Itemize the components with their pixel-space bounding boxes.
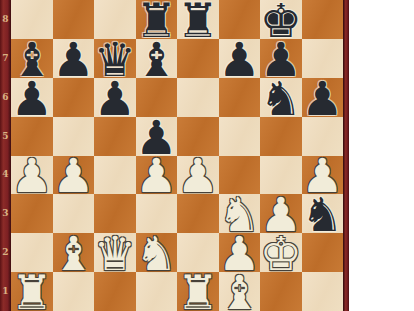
- piece-black-pawn-b7[interactable]: ♟: [53, 40, 95, 79]
- piece-white-pawn-e4[interactable]: ♟: [177, 157, 219, 196]
- piece-white-rook-a1[interactable]: ♜: [11, 273, 53, 311]
- board-frame-left: 87654321: [0, 0, 11, 311]
- rank-cell-4: 4: [0, 156, 11, 195]
- piece-white-pawn-d4[interactable]: ♟: [136, 157, 178, 196]
- rank-cell-7: 7: [0, 39, 11, 78]
- piece-black-pawn-a6[interactable]: ♟: [11, 79, 53, 118]
- rank-cell-3: 3: [0, 194, 11, 233]
- piece-black-pawn-f7[interactable]: ♟: [219, 40, 261, 79]
- square-e1[interactable]: ♜: [177, 272, 219, 311]
- square-b4[interactable]: ♟: [53, 156, 95, 195]
- square-f1[interactable]: ♝: [219, 272, 261, 311]
- square-e6[interactable]: [177, 78, 219, 117]
- chess-board: ♜♜♚♝♟♛♝♟♟♟♟♞♟♟♟♟♟♟♟♞♟♞♝♛♞♟♚♜♜♝: [11, 0, 343, 311]
- rank-label-2: 2: [2, 248, 8, 257]
- rank-cell-1: 1: [0, 272, 11, 311]
- square-c4[interactable]: [94, 156, 136, 195]
- rank-label-1: 1: [2, 287, 8, 296]
- square-c2[interactable]: ♛: [94, 233, 136, 272]
- square-c6[interactable]: ♟: [94, 78, 136, 117]
- piece-black-knight-h3[interactable]: ♞: [302, 195, 344, 234]
- rank-label-3: 3: [2, 209, 8, 218]
- square-b7[interactable]: ♟: [53, 39, 95, 78]
- square-a4[interactable]: ♟: [11, 156, 53, 195]
- square-e4[interactable]: ♟: [177, 156, 219, 195]
- piece-white-pawn-a4[interactable]: ♟: [11, 157, 53, 196]
- square-f5[interactable]: [219, 117, 261, 156]
- square-d4[interactable]: ♟: [136, 156, 178, 195]
- square-d2[interactable]: ♞: [136, 233, 178, 272]
- rank-label-5: 5: [2, 132, 8, 141]
- piece-white-rook-e1[interactable]: ♜: [177, 273, 219, 311]
- square-b2[interactable]: ♝: [53, 233, 95, 272]
- square-h8[interactable]: [302, 0, 344, 39]
- piece-black-pawn-c6[interactable]: ♟: [94, 79, 136, 118]
- piece-black-knight-g6[interactable]: ♞: [260, 79, 302, 118]
- piece-black-pawn-h6[interactable]: ♟: [302, 79, 344, 118]
- piece-white-knight-d2[interactable]: ♞: [136, 234, 178, 273]
- piece-white-queen-c2[interactable]: ♛: [94, 234, 136, 273]
- piece-white-bishop-f1[interactable]: ♝: [219, 273, 261, 311]
- rank-cell-5: 5: [0, 117, 11, 156]
- piece-black-bishop-d7[interactable]: ♝: [136, 40, 178, 79]
- piece-white-pawn-b4[interactable]: ♟: [53, 157, 95, 196]
- board-frame-right: [343, 0, 349, 311]
- square-h6[interactable]: ♟: [302, 78, 344, 117]
- square-e8[interactable]: ♜: [177, 0, 219, 39]
- square-d7[interactable]: ♝: [136, 39, 178, 78]
- piece-black-rook-e8[interactable]: ♜: [177, 1, 219, 40]
- square-a6[interactable]: ♟: [11, 78, 53, 117]
- rank-cell-2: 2: [0, 233, 11, 272]
- chess-board-screenshot: 87654321 ♜♜♚♝♟♛♝♟♟♟♟♞♟♟♟♟♟♟♟♞♟♞♝♛♞♟♚♜♜♝: [0, 0, 414, 311]
- square-f7[interactable]: ♟: [219, 39, 261, 78]
- square-g6[interactable]: ♞: [260, 78, 302, 117]
- piece-white-king-g2[interactable]: ♚: [260, 234, 302, 273]
- rank-label-7: 7: [2, 54, 8, 63]
- rank-label-4: 4: [2, 170, 8, 179]
- square-h1[interactable]: [302, 272, 344, 311]
- square-h3[interactable]: ♞: [302, 194, 344, 233]
- piece-white-bishop-b2[interactable]: ♝: [53, 234, 95, 273]
- square-g2[interactable]: ♚: [260, 233, 302, 272]
- rank-cell-8: 8: [0, 0, 11, 39]
- rank-cell-6: 6: [0, 78, 11, 117]
- rank-label-8: 8: [2, 15, 8, 24]
- rank-label-6: 6: [2, 93, 8, 102]
- square-a1[interactable]: ♜: [11, 272, 53, 311]
